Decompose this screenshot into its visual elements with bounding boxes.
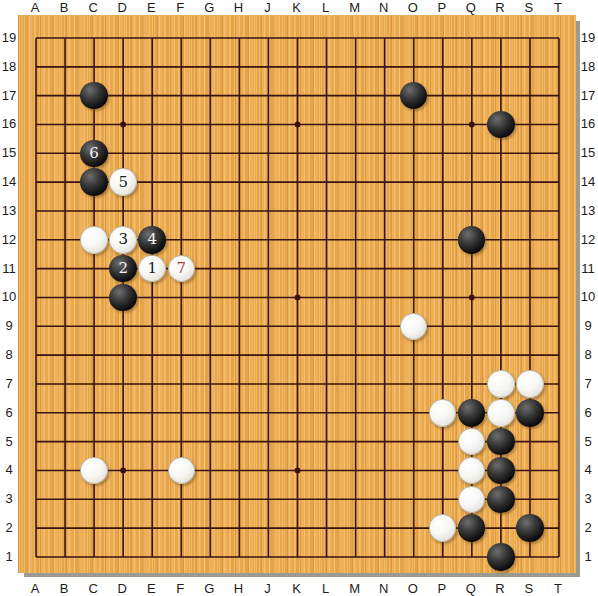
go-diagram: ABCDEFGHJKLMNOPQRST ABCDEFGHJKLMNOPQRST … (0, 0, 598, 596)
go-board[interactable]: 6534217 (18, 15, 576, 573)
coordinate-label: D (117, 581, 126, 596)
coordinate-label: 17 (2, 87, 16, 102)
coordinate-label: R (495, 0, 504, 15)
coordinate-label: 2 (584, 520, 591, 535)
coordinate-label: E (147, 0, 156, 15)
coordinate-label: Q (466, 581, 476, 596)
coordinate-label: 9 (584, 318, 591, 333)
stone-black-Q6[interactable] (458, 399, 486, 427)
stone-white-Q3[interactable] (458, 486, 486, 514)
stones-layer: 6534217 (22, 24, 574, 572)
stone-black-R4[interactable] (487, 457, 515, 485)
stone-black-S6[interactable] (516, 399, 544, 427)
coordinate-label: L (322, 0, 329, 15)
coordinate-label: 11 (2, 260, 16, 275)
stone-black-R5[interactable] (487, 428, 515, 456)
coordinate-label: N (379, 0, 388, 15)
move-number: 2 (118, 261, 128, 276)
coordinate-label: 7 (584, 375, 591, 390)
coordinate-label: P (437, 581, 446, 596)
coordinate-label: O (408, 581, 418, 596)
stone-white-R6[interactable] (487, 399, 515, 427)
coordinate-label: 16 (581, 116, 595, 131)
stone-black-R16[interactable] (487, 111, 515, 139)
stone-black-Q2[interactable] (458, 514, 486, 542)
coordinate-label: C (88, 581, 97, 596)
coordinate-label: 18 (2, 58, 16, 73)
move-number: 1 (147, 261, 157, 276)
coordinate-label: 13 (581, 202, 595, 217)
coordinate-label: D (117, 0, 126, 15)
coordinate-label: G (204, 581, 214, 596)
coordinate-label: P (437, 0, 446, 15)
stone-black-Q12[interactable] (458, 226, 486, 254)
move-number: 6 (89, 146, 99, 161)
stone-white-Q5[interactable] (458, 428, 486, 456)
coordinate-label: L (322, 581, 329, 596)
coordinate-label: H (234, 0, 243, 15)
stone-white-R7[interactable] (487, 370, 515, 398)
stone-black-R3[interactable] (487, 486, 515, 514)
stone-white-E11[interactable]: 1 (138, 255, 166, 283)
stone-black-E12[interactable]: 4 (138, 226, 166, 254)
coordinate-label: Q (466, 0, 476, 15)
coordinate-label: 8 (5, 347, 12, 362)
coordinate-label: H (234, 581, 243, 596)
coordinate-label: 5 (584, 433, 591, 448)
coordinate-label: J (264, 581, 271, 596)
coordinate-label: 1 (5, 548, 12, 563)
stone-white-F11[interactable]: 7 (168, 255, 196, 283)
coordinate-label: 3 (584, 491, 591, 506)
stone-black-C14[interactable] (80, 168, 108, 196)
coordinate-label: 16 (2, 116, 16, 131)
coordinate-label: J (264, 0, 271, 15)
coordinate-label: 17 (581, 87, 595, 102)
stone-black-C17[interactable] (80, 82, 108, 110)
coordinate-label: 6 (584, 404, 591, 419)
coordinate-label: 12 (581, 231, 595, 246)
coordinate-label: C (88, 0, 97, 15)
coordinate-label: M (349, 581, 360, 596)
coordinate-label: 9 (5, 318, 12, 333)
stone-black-O17[interactable] (400, 82, 428, 110)
stone-white-S7[interactable] (516, 370, 544, 398)
stone-white-P6[interactable] (429, 399, 457, 427)
stone-white-F4[interactable] (168, 457, 196, 485)
coordinate-label: F (176, 581, 184, 596)
coordinate-label: N (379, 581, 388, 596)
coordinate-label: 5 (5, 433, 12, 448)
move-number: 4 (147, 232, 157, 247)
coordinate-label: 18 (581, 58, 595, 73)
coordinate-label: 10 (581, 289, 595, 304)
move-number: 7 (176, 261, 186, 276)
coordinate-label: 10 (2, 289, 16, 304)
coordinate-label: 12 (2, 231, 16, 246)
move-number: 3 (118, 232, 128, 247)
coordinate-label: A (31, 0, 40, 15)
coordinate-label: 1 (584, 548, 591, 563)
coordinate-label: K (292, 581, 301, 596)
stone-white-Q4[interactable] (458, 457, 486, 485)
coordinate-label: B (60, 581, 69, 596)
coordinate-label: 15 (581, 145, 595, 160)
coordinate-label: E (147, 581, 156, 596)
coordinate-label: S (525, 581, 534, 596)
coordinate-label: T (554, 581, 562, 596)
stone-white-P2[interactable] (429, 514, 457, 542)
coordinate-label: 4 (5, 462, 12, 477)
coordinate-label: F (176, 0, 184, 15)
coordinate-label: G (204, 0, 214, 15)
stone-black-R1[interactable] (487, 543, 515, 571)
coordinate-label: O (408, 0, 418, 15)
coordinate-label: B (60, 0, 69, 15)
stone-white-D14[interactable]: 5 (109, 168, 137, 196)
coordinate-label: M (349, 0, 360, 15)
move-number: 5 (118, 175, 128, 190)
coordinate-label: 14 (2, 174, 16, 189)
stone-black-S2[interactable] (516, 514, 544, 542)
stone-black-C15[interactable]: 6 (80, 140, 108, 168)
coordinate-label: 4 (584, 462, 591, 477)
stone-white-C4[interactable] (80, 457, 108, 485)
stone-black-D10[interactable] (109, 284, 137, 312)
coordinate-label: R (495, 581, 504, 596)
coordinate-label: 8 (584, 347, 591, 362)
coordinate-label: T (554, 0, 562, 15)
coordinate-label: 13 (2, 202, 16, 217)
coordinate-label: 15 (2, 145, 16, 160)
stone-white-O9[interactable] (400, 313, 428, 341)
coordinate-label: 14 (581, 174, 595, 189)
coordinate-label: A (31, 581, 40, 596)
stone-white-C12[interactable] (80, 226, 108, 254)
coordinate-label: 7 (5, 375, 12, 390)
coordinate-label: 3 (5, 491, 12, 506)
coordinate-label: 2 (5, 520, 12, 535)
coordinate-label: K (292, 0, 301, 15)
stone-white-D12[interactable]: 3 (109, 226, 137, 254)
coordinate-label: S (525, 0, 534, 15)
coordinate-label: 19 (2, 30, 16, 45)
stone-black-D11[interactable]: 2 (109, 255, 137, 283)
coordinate-label: 6 (5, 404, 12, 419)
coordinate-label: 19 (581, 30, 595, 45)
coordinate-label: 11 (581, 260, 595, 275)
